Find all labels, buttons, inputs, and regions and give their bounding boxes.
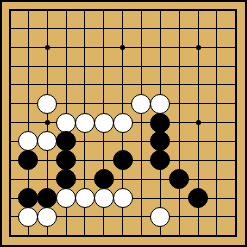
white-stone	[94, 113, 114, 133]
grid-line-vertical	[141, 9, 142, 237]
white-stone	[56, 113, 76, 133]
black-stone	[113, 150, 133, 170]
star-point	[196, 45, 201, 50]
white-stone	[56, 188, 76, 208]
go-board[interactable]	[2, 2, 245, 245]
black-stone	[56, 150, 76, 170]
black-stone	[18, 150, 38, 170]
white-stone	[113, 188, 133, 208]
white-stone	[37, 207, 57, 227]
grid-line-horizontal	[9, 179, 237, 180]
white-stone	[131, 94, 151, 114]
white-stone	[37, 94, 57, 114]
black-stone	[150, 131, 170, 151]
black-stone	[188, 188, 208, 208]
black-stone	[18, 188, 38, 208]
grid-line-vertical	[216, 9, 217, 237]
black-stone	[37, 188, 57, 208]
star-point	[45, 120, 50, 125]
white-stone	[75, 188, 95, 208]
go-board-diagram	[0, 0, 247, 247]
black-stone	[150, 113, 170, 133]
black-stone	[169, 169, 189, 189]
white-stone	[37, 131, 57, 151]
grid-line-horizontal	[9, 235, 237, 237]
star-point	[196, 120, 201, 125]
grid-line-vertical	[235, 9, 237, 237]
star-point	[45, 45, 50, 50]
white-stone	[150, 94, 170, 114]
white-stone	[94, 188, 114, 208]
white-stone	[18, 207, 38, 227]
black-stone	[56, 169, 76, 189]
star-point	[120, 45, 125, 50]
black-stone	[94, 169, 114, 189]
grid-line-vertical	[179, 9, 180, 237]
white-stone	[150, 207, 170, 227]
black-stone	[150, 150, 170, 170]
black-stone	[56, 131, 76, 151]
white-stone	[113, 113, 133, 133]
white-stone	[18, 131, 38, 151]
white-stone	[75, 113, 95, 133]
